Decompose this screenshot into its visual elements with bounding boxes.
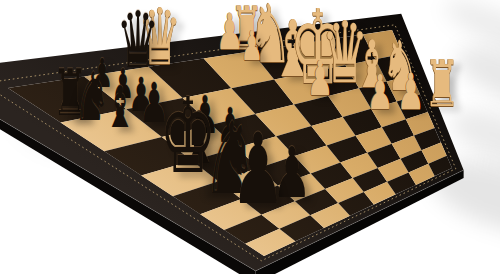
piece-white-pawn[interactable]: ♟ — [241, 26, 264, 67]
piece-white-pawn[interactable]: ♟ — [397, 67, 425, 117]
piece-black-bishop[interactable]: ♝ — [104, 79, 136, 136]
product-photo-stage: ♜♟♞♟♛♛♝♚♛♝♟♞♟♟♜♟♟♟♜♞♟♝♟♟♝♚♞♟♟ — [0, 0, 500, 274]
piece-white-pawn[interactable]: ♟ — [307, 54, 334, 102]
piece-white-rook[interactable]: ♜ — [424, 52, 460, 116]
piece-white-pawn[interactable]: ♟ — [367, 68, 394, 116]
piece-black-pawn[interactable]: ♟ — [231, 120, 285, 218]
